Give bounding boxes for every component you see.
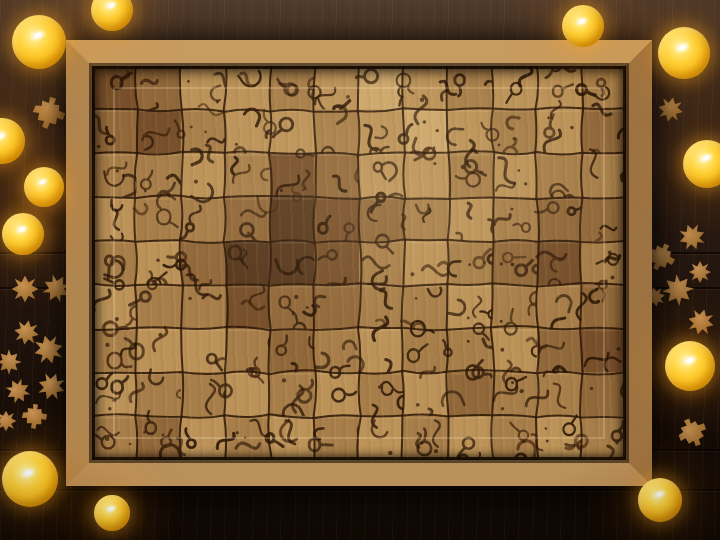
candle bbox=[665, 341, 715, 391]
puzzle-piece[interactable] bbox=[582, 241, 627, 285]
puzzle-frame bbox=[66, 40, 652, 486]
flame-icon bbox=[14, 222, 30, 236]
puzzle-piece[interactable] bbox=[315, 110, 360, 154]
puzzle-piece[interactable] bbox=[226, 197, 271, 241]
candle bbox=[562, 5, 604, 47]
candle bbox=[638, 478, 682, 522]
flame-icon bbox=[650, 488, 667, 502]
flame-icon bbox=[0, 128, 10, 143]
plank-seam bbox=[0, 489, 720, 491]
puzzle-piece[interactable] bbox=[582, 66, 627, 110]
puzzle-board[interactable] bbox=[92, 66, 626, 460]
puzzle-piece[interactable] bbox=[359, 110, 404, 154]
puzzle-piece[interactable] bbox=[137, 372, 182, 416]
star-cookie bbox=[12, 276, 39, 303]
scene bbox=[0, 0, 720, 540]
flame-icon bbox=[679, 352, 698, 368]
puzzle-piece[interactable] bbox=[359, 372, 404, 416]
puzzle-piece[interactable] bbox=[404, 197, 449, 241]
puzzle-piece[interactable] bbox=[537, 197, 582, 241]
puzzle-piece[interactable] bbox=[270, 66, 315, 110]
puzzle-piece[interactable] bbox=[493, 416, 538, 460]
puzzle-piece[interactable] bbox=[359, 329, 404, 373]
puzzle-piece[interactable] bbox=[226, 329, 271, 373]
puzzle-piece[interactable] bbox=[359, 154, 404, 198]
flame-icon bbox=[574, 14, 590, 28]
candle bbox=[658, 27, 710, 79]
puzzle-piece[interactable] bbox=[404, 154, 449, 198]
candle bbox=[12, 15, 66, 69]
flame-icon bbox=[18, 463, 40, 481]
puzzle-piece[interactable] bbox=[448, 285, 493, 329]
puzzle-piece[interactable] bbox=[315, 241, 360, 285]
puzzle-piece[interactable] bbox=[582, 154, 627, 198]
puzzle-piece[interactable] bbox=[181, 110, 226, 154]
puzzle-piece[interactable] bbox=[137, 110, 182, 154]
flame-icon bbox=[27, 27, 48, 45]
puzzle-piece[interactable] bbox=[537, 241, 582, 285]
puzzle-piece[interactable] bbox=[181, 241, 226, 285]
puzzle-piece[interactable] bbox=[448, 110, 493, 154]
puzzle-piece[interactable] bbox=[137, 197, 182, 241]
puzzle-piece[interactable] bbox=[582, 197, 627, 241]
puzzle-grid[interactable] bbox=[92, 66, 626, 460]
puzzle-piece[interactable] bbox=[181, 285, 226, 329]
candle bbox=[94, 495, 130, 531]
puzzle-piece[interactable] bbox=[315, 285, 360, 329]
flame-icon bbox=[673, 39, 693, 56]
puzzle-piece[interactable] bbox=[315, 66, 360, 110]
puzzle-piece[interactable] bbox=[493, 329, 538, 373]
flame-icon bbox=[697, 151, 716, 167]
puzzle-piece[interactable] bbox=[226, 66, 271, 110]
puzzle-piece[interactable] bbox=[582, 372, 627, 416]
flame-icon bbox=[35, 176, 50, 189]
puzzle-piece[interactable] bbox=[404, 372, 449, 416]
star-cookie bbox=[689, 261, 711, 283]
puzzle-piece[interactable] bbox=[315, 416, 360, 460]
puzzle-piece[interactable] bbox=[270, 197, 315, 241]
puzzle-piece[interactable] bbox=[404, 110, 449, 154]
flame-icon bbox=[103, 0, 119, 12]
puzzle-piece[interactable] bbox=[137, 66, 182, 110]
puzzle-piece[interactable] bbox=[181, 154, 226, 198]
puzzle-piece[interactable] bbox=[226, 154, 271, 198]
puzzle-piece[interactable] bbox=[537, 285, 582, 329]
puzzle-piece[interactable] bbox=[493, 154, 538, 198]
candle bbox=[24, 167, 64, 207]
candle bbox=[2, 451, 58, 507]
puzzle-piece[interactable] bbox=[448, 66, 493, 110]
candle bbox=[2, 213, 44, 255]
flame-icon bbox=[104, 503, 118, 515]
puzzle-piece[interactable] bbox=[537, 66, 582, 110]
